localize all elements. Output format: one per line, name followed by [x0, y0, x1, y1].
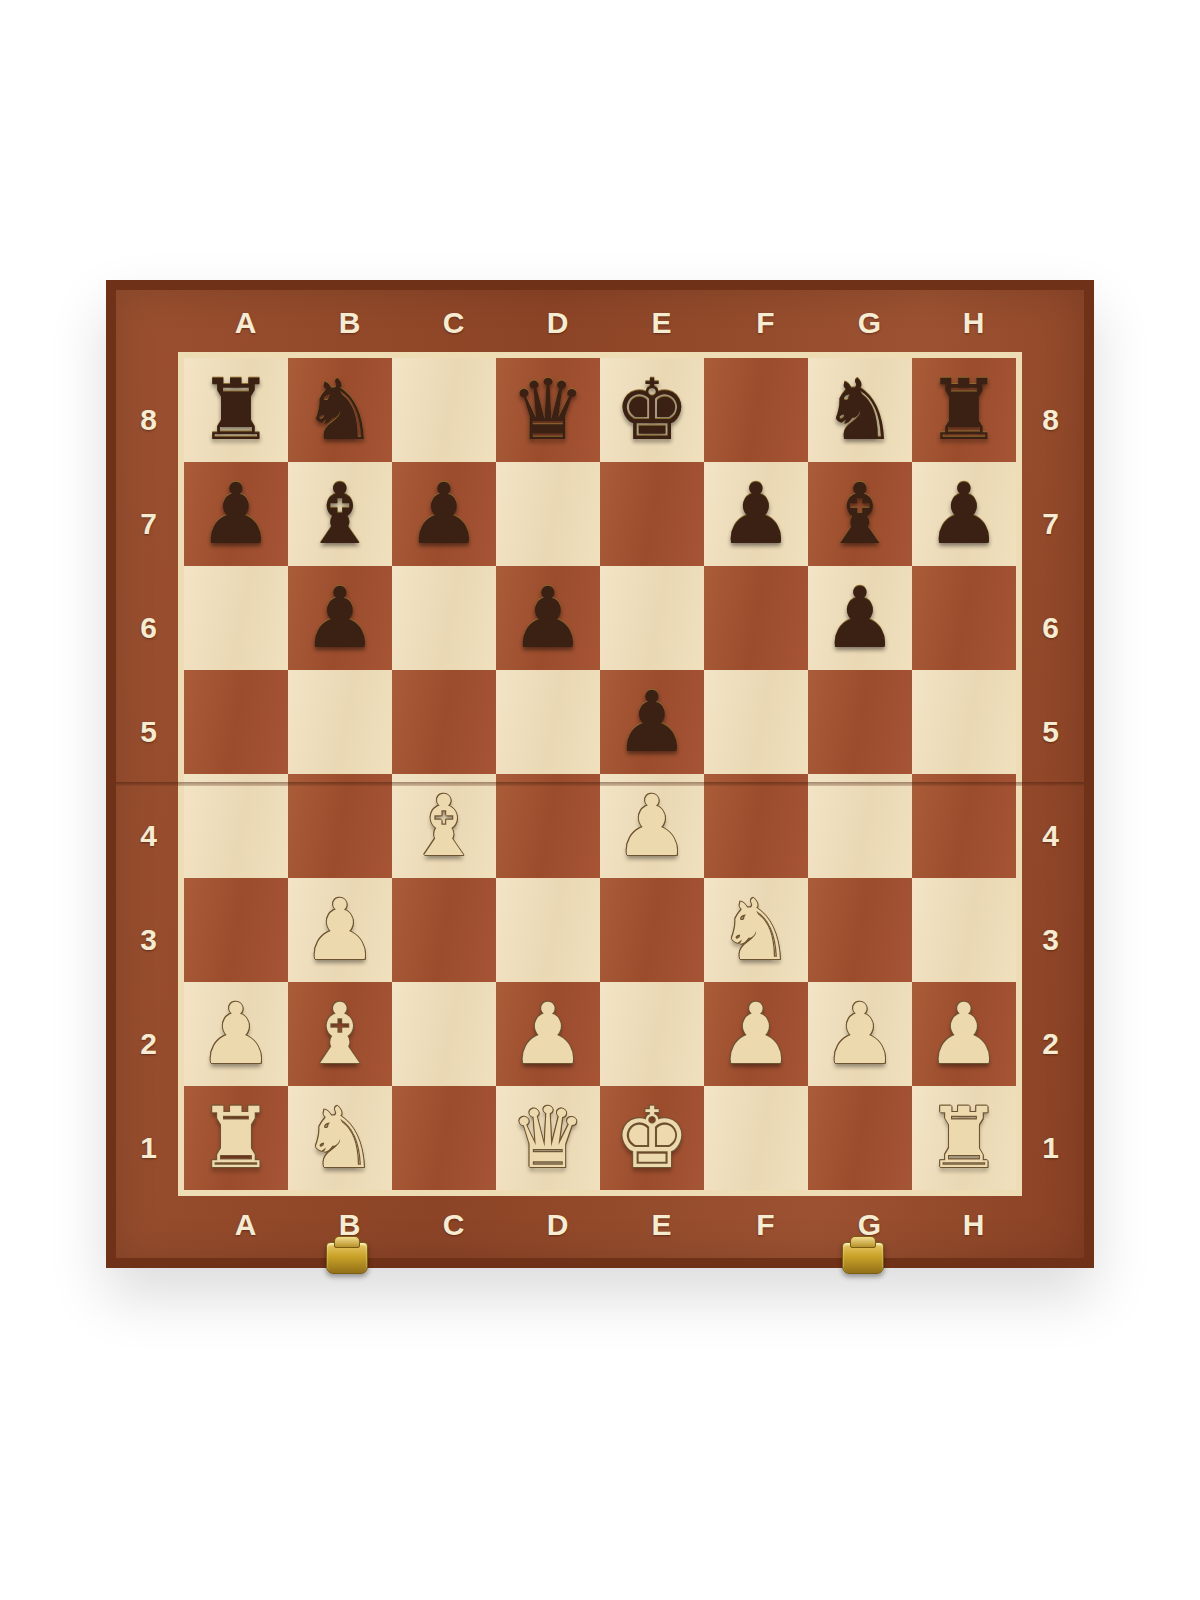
square-f3: ♞ — [704, 878, 808, 982]
coordinate-label: A — [194, 302, 298, 344]
square-b5 — [288, 670, 392, 774]
product-photo-page: { "game": "chess", "scene": "Wooden fold… — [0, 0, 1200, 1600]
coordinate-label: D — [506, 1204, 610, 1246]
piece-white-pawn: ♟ — [704, 982, 808, 1086]
coordinate-label: G — [818, 302, 922, 344]
piece-white-pawn: ♟ — [184, 982, 288, 1086]
square-c8 — [392, 358, 496, 462]
coordinate-label: C — [402, 302, 506, 344]
piece-black-king: ♚ — [600, 358, 704, 462]
square-d6: ♟ — [496, 566, 600, 670]
piece-white-bishop: ♝ — [392, 774, 496, 878]
square-e6 — [600, 566, 704, 670]
coordinate-label: B — [298, 302, 402, 344]
piece-white-pawn: ♟ — [600, 774, 704, 878]
piece-black-pawn: ♟ — [600, 670, 704, 774]
square-b7: ♝ — [288, 462, 392, 566]
square-d5 — [496, 670, 600, 774]
coordinate-label: A — [194, 1204, 298, 1246]
coordinate-label: 8 — [128, 368, 170, 472]
piece-black-pawn: ♟ — [808, 566, 912, 670]
square-f1 — [704, 1086, 808, 1190]
square-f6 — [704, 566, 808, 670]
piece-white-pawn: ♟ — [808, 982, 912, 1086]
piece-white-knight: ♞ — [288, 1086, 392, 1190]
square-c7: ♟ — [392, 462, 496, 566]
piece-black-bishop: ♝ — [808, 462, 912, 566]
square-h3 — [912, 878, 1016, 982]
coordinate-label: 3 — [128, 888, 170, 992]
rank-labels-left: 87654321 — [128, 368, 170, 1200]
square-g2: ♟ — [808, 982, 912, 1086]
piece-black-bishop: ♝ — [288, 462, 392, 566]
square-g4 — [808, 774, 912, 878]
coordinate-label: 2 — [1030, 992, 1072, 1096]
square-b1: ♞ — [288, 1086, 392, 1190]
piece-black-queen: ♛ — [496, 358, 600, 462]
square-e8: ♚ — [600, 358, 704, 462]
coordinate-label: D — [506, 302, 610, 344]
square-b2: ♝ — [288, 982, 392, 1086]
square-d8: ♛ — [496, 358, 600, 462]
file-labels-bottom: ABCDEFGH — [194, 1204, 1026, 1246]
piece-black-pawn: ♟ — [496, 566, 600, 670]
piece-black-knight: ♞ — [288, 358, 392, 462]
square-d3 — [496, 878, 600, 982]
piece-black-pawn: ♟ — [184, 462, 288, 566]
piece-white-queen: ♛ — [496, 1086, 600, 1190]
coordinate-label: F — [714, 302, 818, 344]
chess-board-grid: ♜♞♛♚♞♜♟♝♟♟♝♟♟♟♟♟♝♟♟♞♟♝♟♟♟♟♜♞♛♚♜ — [184, 358, 1016, 1190]
coordinate-label: F — [714, 1204, 818, 1246]
square-c5 — [392, 670, 496, 774]
coordinate-label: H — [922, 1204, 1026, 1246]
square-b6: ♟ — [288, 566, 392, 670]
square-e5: ♟ — [600, 670, 704, 774]
square-d2: ♟ — [496, 982, 600, 1086]
square-d7 — [496, 462, 600, 566]
square-h8: ♜ — [912, 358, 1016, 462]
square-g5 — [808, 670, 912, 774]
coordinate-label: 5 — [1030, 680, 1072, 784]
piece-white-king: ♚ — [600, 1086, 704, 1190]
square-d4 — [496, 774, 600, 878]
chess-board-frame: ABCDEFGH ABCDEFGH 87654321 87654321 ♜♞♛♚… — [106, 280, 1094, 1268]
square-a6 — [184, 566, 288, 670]
square-g8: ♞ — [808, 358, 912, 462]
coordinate-label: 6 — [128, 576, 170, 680]
square-a5 — [184, 670, 288, 774]
square-f2: ♟ — [704, 982, 808, 1086]
piece-black-pawn: ♟ — [912, 462, 1016, 566]
rank-labels-right: 87654321 — [1030, 368, 1072, 1200]
coordinate-label: 2 — [128, 992, 170, 1096]
square-e1: ♚ — [600, 1086, 704, 1190]
piece-black-rook: ♜ — [184, 358, 288, 462]
coordinate-label: 3 — [1030, 888, 1072, 992]
playing-area: ♜♞♛♚♞♜♟♝♟♟♝♟♟♟♟♟♝♟♟♞♟♝♟♟♟♟♜♞♛♚♜ — [178, 352, 1022, 1196]
square-f5 — [704, 670, 808, 774]
square-c3 — [392, 878, 496, 982]
square-e3 — [600, 878, 704, 982]
square-c4: ♝ — [392, 774, 496, 878]
square-h5 — [912, 670, 1016, 774]
square-b4 — [288, 774, 392, 878]
piece-white-pawn: ♟ — [496, 982, 600, 1086]
piece-white-knight: ♞ — [704, 878, 808, 982]
square-g7: ♝ — [808, 462, 912, 566]
square-c2 — [392, 982, 496, 1086]
piece-white-bishop: ♝ — [288, 982, 392, 1086]
coordinate-label: 4 — [1030, 784, 1072, 888]
coordinate-label: C — [402, 1204, 506, 1246]
piece-black-pawn: ♟ — [288, 566, 392, 670]
coordinate-label: 7 — [128, 472, 170, 576]
coordinate-label: 1 — [128, 1096, 170, 1200]
piece-black-pawn: ♟ — [704, 462, 808, 566]
square-g6: ♟ — [808, 566, 912, 670]
piece-black-knight: ♞ — [808, 358, 912, 462]
square-h6 — [912, 566, 1016, 670]
coordinate-label: E — [610, 302, 714, 344]
coordinate-label: 1 — [1030, 1096, 1072, 1200]
square-a4 — [184, 774, 288, 878]
coordinate-label: 5 — [128, 680, 170, 784]
square-e7 — [600, 462, 704, 566]
file-labels-top: ABCDEFGH — [194, 302, 1026, 344]
square-a8: ♜ — [184, 358, 288, 462]
square-a7: ♟ — [184, 462, 288, 566]
square-f7: ♟ — [704, 462, 808, 566]
square-a3 — [184, 878, 288, 982]
square-c6 — [392, 566, 496, 670]
coordinate-label: 4 — [128, 784, 170, 888]
coordinate-label: H — [922, 302, 1026, 344]
square-c1 — [392, 1086, 496, 1190]
square-f4 — [704, 774, 808, 878]
square-d1: ♛ — [496, 1086, 600, 1190]
brass-latch-icon — [326, 1242, 368, 1274]
square-g3 — [808, 878, 912, 982]
square-b3: ♟ — [288, 878, 392, 982]
coordinate-label: 7 — [1030, 472, 1072, 576]
square-h4 — [912, 774, 1016, 878]
piece-white-pawn: ♟ — [288, 878, 392, 982]
square-a1: ♜ — [184, 1086, 288, 1190]
coordinate-label: E — [610, 1204, 714, 1246]
square-b8: ♞ — [288, 358, 392, 462]
piece-black-rook: ♜ — [912, 358, 1016, 462]
square-h7: ♟ — [912, 462, 1016, 566]
square-e2 — [600, 982, 704, 1086]
piece-white-rook: ♜ — [184, 1086, 288, 1190]
piece-black-pawn: ♟ — [392, 462, 496, 566]
square-a2: ♟ — [184, 982, 288, 1086]
square-g1 — [808, 1086, 912, 1190]
brass-latch-icon — [842, 1242, 884, 1274]
square-e4: ♟ — [600, 774, 704, 878]
square-h2: ♟ — [912, 982, 1016, 1086]
coordinate-label: 6 — [1030, 576, 1072, 680]
piece-white-pawn: ♟ — [912, 982, 1016, 1086]
square-f8 — [704, 358, 808, 462]
piece-white-rook: ♜ — [912, 1086, 1016, 1190]
square-h1: ♜ — [912, 1086, 1016, 1190]
coordinate-label: 8 — [1030, 368, 1072, 472]
